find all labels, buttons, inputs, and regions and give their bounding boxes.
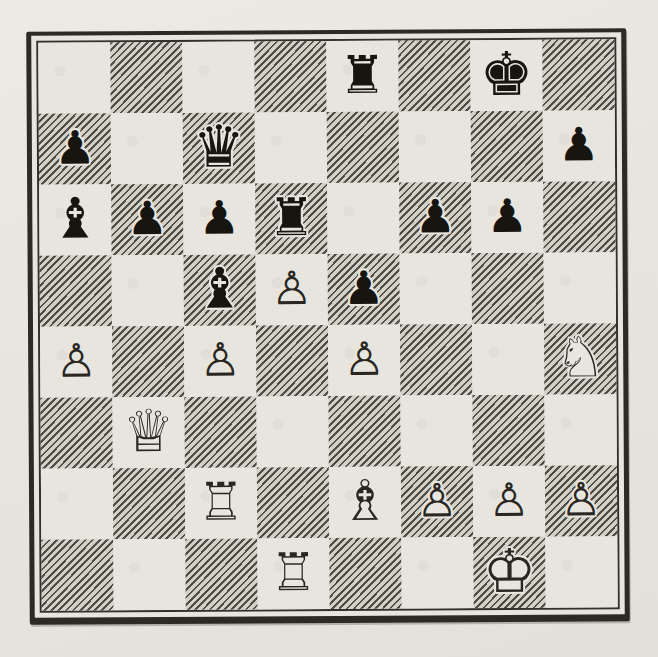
piece-black-pawn-a7: ♟ bbox=[39, 113, 111, 184]
piece-black-rook-e8: ♜ bbox=[326, 41, 398, 112]
square-f5 bbox=[400, 253, 472, 324]
square-g4 bbox=[472, 324, 544, 395]
black-pawn-icon: ♟ bbox=[328, 254, 400, 325]
black-pawn-icon: ♟ bbox=[471, 182, 543, 253]
black-pawn-icon: ♟ bbox=[543, 110, 615, 181]
piece-white-rook-d1: ♜♖ bbox=[257, 538, 329, 609]
piece-white-king-g1: ♚♔ bbox=[473, 537, 545, 608]
piece-black-pawn-c6: ♟ bbox=[183, 183, 255, 254]
square-d8 bbox=[254, 41, 326, 112]
square-g5 bbox=[472, 253, 544, 324]
white-bishop-icon: ♗ bbox=[329, 467, 401, 538]
square-d6: ♜ bbox=[255, 183, 327, 254]
square-e5: ♟ bbox=[328, 254, 400, 325]
black-pawn-icon: ♟ bbox=[111, 184, 183, 255]
square-b3: ♛♕ bbox=[112, 397, 184, 468]
white-pawn-icon: ♙ bbox=[473, 466, 545, 537]
square-b8 bbox=[110, 42, 182, 113]
square-a8 bbox=[38, 42, 110, 113]
piece-black-rook-d6: ♜ bbox=[255, 183, 327, 254]
piece-white-bishop-e2: ♝♗ bbox=[329, 467, 401, 538]
black-pawn-icon: ♟ bbox=[39, 113, 111, 184]
piece-white-knight-h4: ♞♘ bbox=[544, 323, 616, 394]
square-c2: ♜♖ bbox=[185, 467, 257, 538]
square-g7 bbox=[471, 111, 543, 182]
white-pawn-icon: ♙ bbox=[184, 325, 256, 396]
square-f4 bbox=[400, 324, 472, 395]
square-c6: ♟ bbox=[183, 183, 255, 254]
black-bishop-icon: ♝ bbox=[39, 184, 111, 255]
square-h7: ♟ bbox=[543, 110, 615, 181]
square-c7: ♛ bbox=[183, 112, 255, 183]
board-frame: ♜♚♟♛♟♝♟♟♜♟♟♝♟♙♟♟♙♟♙♟♙♞♘♛♕♜♖♝♗♟♙♟♙♟♙♜♖♚♔ bbox=[26, 28, 630, 625]
square-a1 bbox=[41, 539, 113, 610]
white-rook-icon: ♖ bbox=[257, 538, 329, 609]
square-c5: ♝ bbox=[184, 254, 256, 325]
square-d4 bbox=[256, 325, 328, 396]
square-f6: ♟ bbox=[399, 182, 471, 253]
piece-white-pawn-a4: ♟♙ bbox=[40, 326, 112, 397]
square-b5 bbox=[112, 255, 184, 326]
square-a6: ♝ bbox=[39, 184, 111, 255]
square-a4: ♟♙ bbox=[40, 326, 112, 397]
piece-black-pawn-b6: ♟ bbox=[111, 184, 183, 255]
chess-diagram: ♜♚♟♛♟♝♟♟♜♟♟♝♟♙♟♟♙♟♙♟♙♞♘♛♕♜♖♝♗♟♙♟♙♟♙♜♖♚♔ bbox=[26, 28, 630, 625]
square-d2 bbox=[257, 467, 329, 538]
black-bishop-icon: ♝ bbox=[184, 254, 256, 325]
white-knight-icon: ♘ bbox=[544, 323, 616, 394]
piece-black-pawn-f6: ♟ bbox=[399, 182, 471, 253]
square-e4: ♟♙ bbox=[328, 325, 400, 396]
square-d1: ♜♖ bbox=[257, 538, 329, 609]
square-a3 bbox=[40, 397, 112, 468]
piece-white-pawn-g2: ♟♙ bbox=[473, 466, 545, 537]
square-d3 bbox=[256, 396, 328, 467]
white-pawn-icon: ♙ bbox=[256, 254, 328, 325]
square-b1 bbox=[113, 539, 185, 610]
square-g8: ♚ bbox=[470, 40, 542, 111]
square-c1 bbox=[185, 538, 257, 609]
square-h8 bbox=[542, 39, 614, 110]
piece-black-pawn-e5: ♟ bbox=[328, 254, 400, 325]
square-h3 bbox=[544, 394, 616, 465]
square-b2 bbox=[113, 468, 185, 539]
piece-black-king-g8: ♚ bbox=[470, 40, 542, 111]
piece-white-pawn-h2: ♟♙ bbox=[545, 465, 617, 536]
square-a5 bbox=[40, 255, 112, 326]
square-b4 bbox=[112, 326, 184, 397]
piece-black-bishop-a6: ♝ bbox=[39, 184, 111, 255]
piece-black-pawn-g6: ♟ bbox=[471, 182, 543, 253]
square-d7 bbox=[255, 112, 327, 183]
square-g1: ♚♔ bbox=[473, 537, 545, 608]
black-pawn-icon: ♟ bbox=[183, 183, 255, 254]
white-king-icon: ♔ bbox=[473, 537, 545, 608]
black-queen-icon: ♛ bbox=[183, 112, 255, 183]
square-f3 bbox=[400, 395, 472, 466]
piece-white-rook-c2: ♜♖ bbox=[185, 467, 257, 538]
square-a7: ♟ bbox=[39, 113, 111, 184]
white-pawn-icon: ♙ bbox=[545, 465, 617, 536]
white-rook-icon: ♖ bbox=[185, 467, 257, 538]
square-h1 bbox=[545, 536, 617, 607]
square-f7 bbox=[399, 111, 471, 182]
piece-black-pawn-h7: ♟ bbox=[543, 110, 615, 181]
square-g6: ♟ bbox=[471, 182, 543, 253]
piece-black-bishop-c5: ♝ bbox=[184, 254, 256, 325]
square-f1 bbox=[401, 537, 473, 608]
piece-black-queen-c7: ♛ bbox=[183, 112, 255, 183]
square-e1 bbox=[329, 538, 401, 609]
black-rook-icon: ♜ bbox=[326, 41, 398, 112]
white-pawn-icon: ♙ bbox=[40, 326, 112, 397]
square-b7 bbox=[111, 113, 183, 184]
square-c8 bbox=[182, 41, 254, 112]
piece-white-pawn-e4: ♟♙ bbox=[328, 325, 400, 396]
piece-white-pawn-c4: ♟♙ bbox=[184, 325, 256, 396]
square-h4: ♞♘ bbox=[544, 323, 616, 394]
square-c3 bbox=[184, 396, 256, 467]
square-b6: ♟ bbox=[111, 184, 183, 255]
square-d5: ♟♙ bbox=[256, 254, 328, 325]
square-g3 bbox=[472, 395, 544, 466]
square-h5 bbox=[544, 252, 616, 323]
chess-board: ♜♚♟♛♟♝♟♟♜♟♟♝♟♙♟♟♙♟♙♟♙♞♘♛♕♜♖♝♗♟♙♟♙♟♙♜♖♚♔ bbox=[36, 37, 619, 613]
square-e3 bbox=[328, 396, 400, 467]
square-f2: ♟♙ bbox=[401, 466, 473, 537]
page: { "game": "chess", "diagram_style": "vin… bbox=[0, 0, 658, 657]
white-pawn-icon: ♙ bbox=[328, 325, 400, 396]
square-h6 bbox=[543, 181, 615, 252]
white-pawn-icon: ♙ bbox=[401, 466, 473, 537]
square-f8 bbox=[398, 40, 470, 111]
piece-white-pawn-d5: ♟♙ bbox=[256, 254, 328, 325]
square-e8: ♜ bbox=[326, 41, 398, 112]
square-g2: ♟♙ bbox=[473, 466, 545, 537]
square-a2 bbox=[41, 468, 113, 539]
square-e6 bbox=[327, 183, 399, 254]
black-king-icon: ♚ bbox=[470, 40, 542, 111]
white-queen-icon: ♕ bbox=[112, 397, 184, 468]
square-c4: ♟♙ bbox=[184, 325, 256, 396]
piece-white-pawn-f2: ♟♙ bbox=[401, 466, 473, 537]
square-h2: ♟♙ bbox=[545, 465, 617, 536]
piece-white-queen-b3: ♛♕ bbox=[112, 397, 184, 468]
square-e2: ♝♗ bbox=[329, 467, 401, 538]
square-e7 bbox=[327, 112, 399, 183]
black-pawn-icon: ♟ bbox=[399, 182, 471, 253]
black-rook-icon: ♜ bbox=[255, 183, 327, 254]
